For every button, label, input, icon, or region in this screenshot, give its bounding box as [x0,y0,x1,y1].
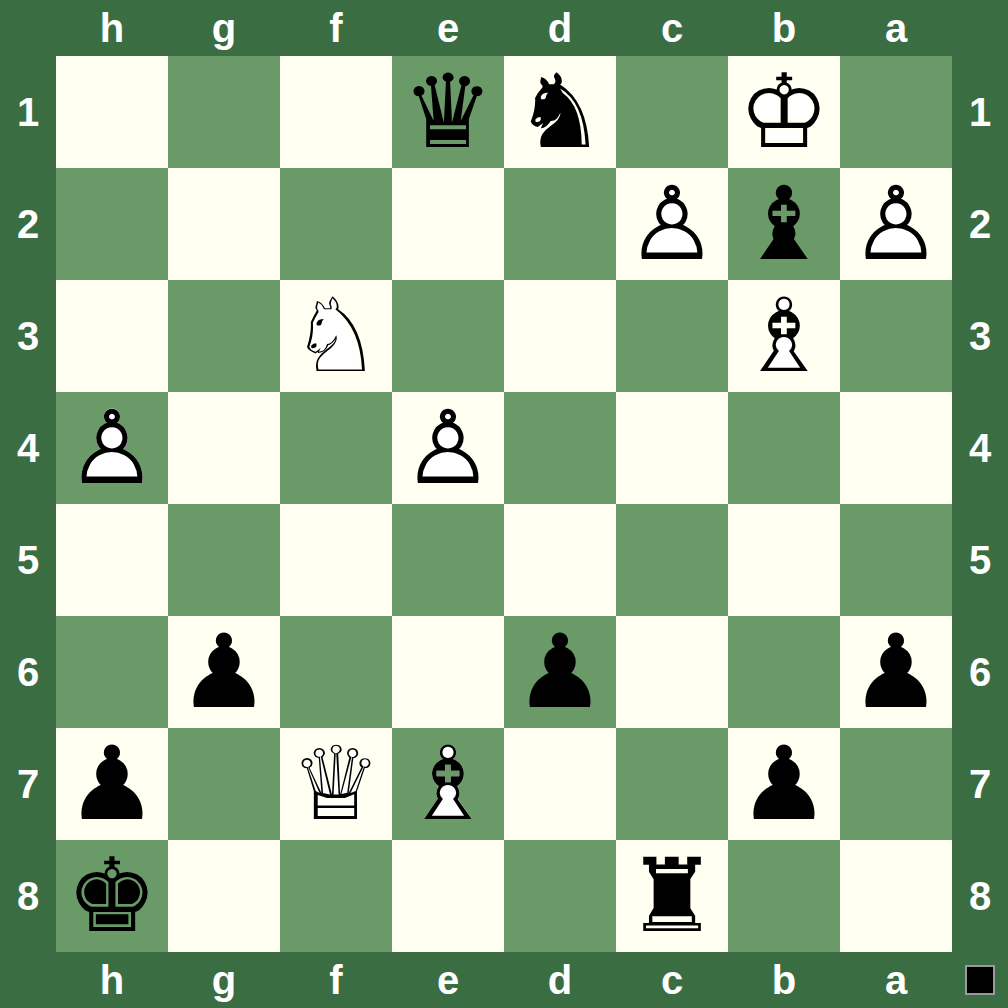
rank-label-left-7: 7 [0,728,56,840]
square-f3[interactable]: ♞♘ [280,280,392,392]
square-g2[interactable] [168,168,280,280]
black-king[interactable]: ♚ [56,840,168,952]
black-knight-glyph: ♞ [504,56,616,168]
square-e5[interactable] [392,504,504,616]
black-bishop[interactable]: ♝ [728,168,840,280]
rank-label-left-2: 2 [0,168,56,280]
square-c5[interactable] [616,504,728,616]
square-b8[interactable] [728,840,840,952]
black-queen-glyph: ♛ [392,56,504,168]
square-h6[interactable] [56,616,168,728]
file-label-top-g: g [168,0,280,56]
chess-board-frame: hhggffeeddccbbaa1122334455667788♛♞♚♔♟♙♝♟… [0,0,1008,1008]
square-h2[interactable] [56,168,168,280]
black-queen[interactable]: ♛ [392,56,504,168]
white-pawn-outline-glyph: ♙ [56,392,168,504]
square-g8[interactable] [168,840,280,952]
black-rook-glyph: ♜ [616,840,728,952]
file-label-bottom-g: g [168,952,280,1008]
white-queen[interactable]: ♛♕ [280,728,392,840]
black-pawn[interactable]: ♟ [56,728,168,840]
white-bishop[interactable]: ♝♗ [392,728,504,840]
file-label-bottom-f: f [280,952,392,1008]
square-b4[interactable] [728,392,840,504]
white-king-outline-glyph: ♔ [728,56,840,168]
square-a7[interactable] [840,728,952,840]
square-g6[interactable]: ♟ [168,616,280,728]
square-h1[interactable] [56,56,168,168]
square-f8[interactable] [280,840,392,952]
rank-label-right-8: 8 [952,840,1008,952]
black-pawn[interactable]: ♟ [504,616,616,728]
square-g5[interactable] [168,504,280,616]
file-label-top-e: e [392,0,504,56]
black-to-move-indicator [965,965,995,995]
square-h5[interactable] [56,504,168,616]
square-a2[interactable]: ♟♙ [840,168,952,280]
square-a1[interactable] [840,56,952,168]
black-pawn-glyph: ♟ [168,616,280,728]
square-c2[interactable]: ♟♙ [616,168,728,280]
square-d8[interactable] [504,840,616,952]
white-bishop[interactable]: ♝♗ [728,280,840,392]
square-c8[interactable]: ♜ [616,840,728,952]
white-knight[interactable]: ♞♘ [280,280,392,392]
square-h7[interactable]: ♟ [56,728,168,840]
file-label-bottom-a: a [840,952,952,1008]
square-c1[interactable] [616,56,728,168]
square-e2[interactable] [392,168,504,280]
square-f5[interactable] [280,504,392,616]
file-label-bottom-c: c [616,952,728,1008]
file-label-top-f: f [280,0,392,56]
square-e3[interactable] [392,280,504,392]
white-bishop-outline-glyph: ♗ [728,280,840,392]
square-b6[interactable] [728,616,840,728]
file-label-bottom-e: e [392,952,504,1008]
white-bishop-outline-glyph: ♗ [392,728,504,840]
white-pawn-outline-glyph: ♙ [840,168,952,280]
square-g3[interactable] [168,280,280,392]
square-b5[interactable] [728,504,840,616]
file-label-bottom-b: b [728,952,840,1008]
black-pawn-glyph: ♟ [56,728,168,840]
black-pawn[interactable]: ♟ [728,728,840,840]
square-h3[interactable] [56,280,168,392]
square-d4[interactable] [504,392,616,504]
rank-label-right-6: 6 [952,616,1008,728]
black-king-glyph: ♚ [56,840,168,952]
white-pawn[interactable]: ♟♙ [616,168,728,280]
square-c6[interactable] [616,616,728,728]
white-pawn-outline-glyph: ♙ [616,168,728,280]
square-f7[interactable]: ♛♕ [280,728,392,840]
square-g4[interactable] [168,392,280,504]
square-e7[interactable]: ♝♗ [392,728,504,840]
square-b7[interactable]: ♟ [728,728,840,840]
rank-label-right-5: 5 [952,504,1008,616]
square-e4[interactable]: ♟♙ [392,392,504,504]
square-f4[interactable] [280,392,392,504]
square-a6[interactable]: ♟ [840,616,952,728]
square-d5[interactable] [504,504,616,616]
square-a8[interactable] [840,840,952,952]
file-label-top-c: c [616,0,728,56]
file-label-bottom-d: d [504,952,616,1008]
black-pawn-glyph: ♟ [728,728,840,840]
white-knight-outline-glyph: ♘ [280,280,392,392]
file-label-top-a: a [840,0,952,56]
square-f6[interactable] [280,616,392,728]
file-label-top-h: h [56,0,168,56]
white-king[interactable]: ♚♔ [728,56,840,168]
file-label-top-d: d [504,0,616,56]
rank-label-left-6: 6 [0,616,56,728]
rank-label-left-1: 1 [0,56,56,168]
rank-label-right-7: 7 [952,728,1008,840]
square-d1[interactable]: ♞ [504,56,616,168]
square-d2[interactable] [504,168,616,280]
square-d6[interactable]: ♟ [504,616,616,728]
rank-label-right-2: 2 [952,168,1008,280]
square-b1[interactable]: ♚♔ [728,56,840,168]
square-a5[interactable] [840,504,952,616]
black-rook[interactable]: ♜ [616,840,728,952]
square-a3[interactable] [840,280,952,392]
square-e6[interactable] [392,616,504,728]
square-e8[interactable] [392,840,504,952]
square-b2[interactable]: ♝ [728,168,840,280]
square-h4[interactable]: ♟♙ [56,392,168,504]
rank-label-left-4: 4 [0,392,56,504]
square-g1[interactable] [168,56,280,168]
square-h8[interactable]: ♚ [56,840,168,952]
white-pawn[interactable]: ♟♙ [56,392,168,504]
square-f1[interactable] [280,56,392,168]
rank-label-left-5: 5 [0,504,56,616]
square-d3[interactable] [504,280,616,392]
square-f2[interactable] [280,168,392,280]
square-c4[interactable] [616,392,728,504]
square-a4[interactable] [840,392,952,504]
white-pawn[interactable]: ♟♙ [840,168,952,280]
rank-label-left-8: 8 [0,840,56,952]
black-pawn-glyph: ♟ [504,616,616,728]
rank-label-right-3: 3 [952,280,1008,392]
white-queen-outline-glyph: ♕ [280,728,392,840]
black-bishop-glyph: ♝ [728,168,840,280]
black-pawn-glyph: ♟ [840,616,952,728]
square-e1[interactable]: ♛ [392,56,504,168]
black-knight[interactable]: ♞ [504,56,616,168]
white-pawn-outline-glyph: ♙ [392,392,504,504]
square-d7[interactable] [504,728,616,840]
square-c7[interactable] [616,728,728,840]
square-c3[interactable] [616,280,728,392]
black-pawn[interactable]: ♟ [168,616,280,728]
square-b3[interactable]: ♝♗ [728,280,840,392]
white-pawn[interactable]: ♟♙ [392,392,504,504]
square-g7[interactable] [168,728,280,840]
file-label-top-b: b [728,0,840,56]
black-pawn[interactable]: ♟ [840,616,952,728]
rank-label-right-1: 1 [952,56,1008,168]
file-label-bottom-h: h [56,952,168,1008]
rank-label-right-4: 4 [952,392,1008,504]
rank-label-left-3: 3 [0,280,56,392]
